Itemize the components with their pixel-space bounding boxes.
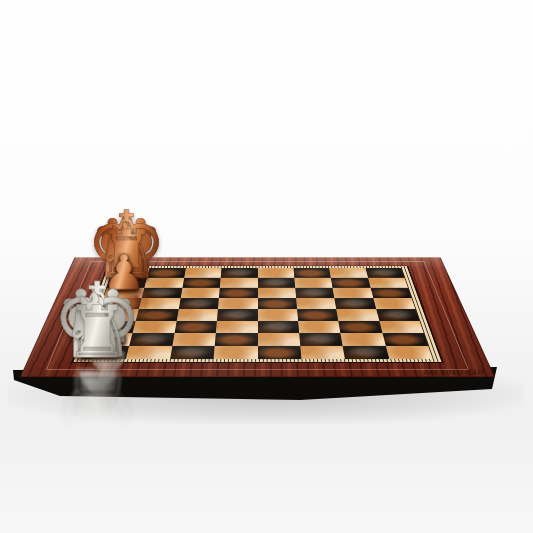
pieces-layer: ♜♜♞♞♝♝♛♛♚♚♝♝♞♞♜♜♟♟♟♟♟♟♟♟♟♟♟♟♟♟♟♟♟♟♟♟♟♟♟♟…: [0, 0, 533, 533]
piece-glyph: ♜: [65, 296, 130, 368]
dal-rossi-logo-stamp: DAL ROSSI ITALY: [423, 368, 487, 375]
chess-set-product-photo: ♜♜♞♞♝♝♛♛♚♚♝♝♞♞♜♜♟♟♟♟♟♟♟♟♟♟♟♟♟♟♟♟♟♟♟♟♟♟♟♟…: [0, 0, 533, 533]
